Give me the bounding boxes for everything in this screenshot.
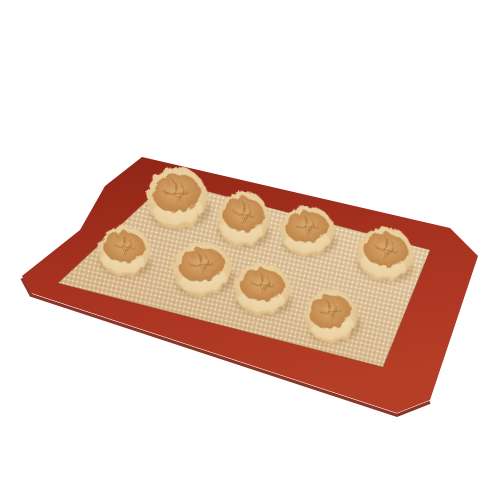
photo-canvas xyxy=(0,0,500,500)
product-photo xyxy=(0,0,500,500)
